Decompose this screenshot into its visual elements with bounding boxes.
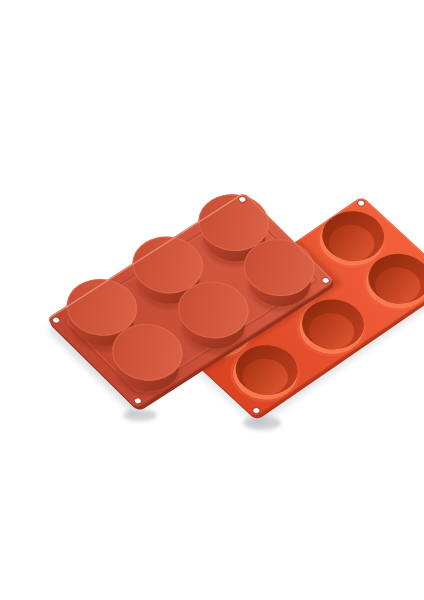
product-photo: Two red-orange six-cavity round silicone… (40, 16, 424, 600)
scene-canvas (40, 16, 424, 600)
